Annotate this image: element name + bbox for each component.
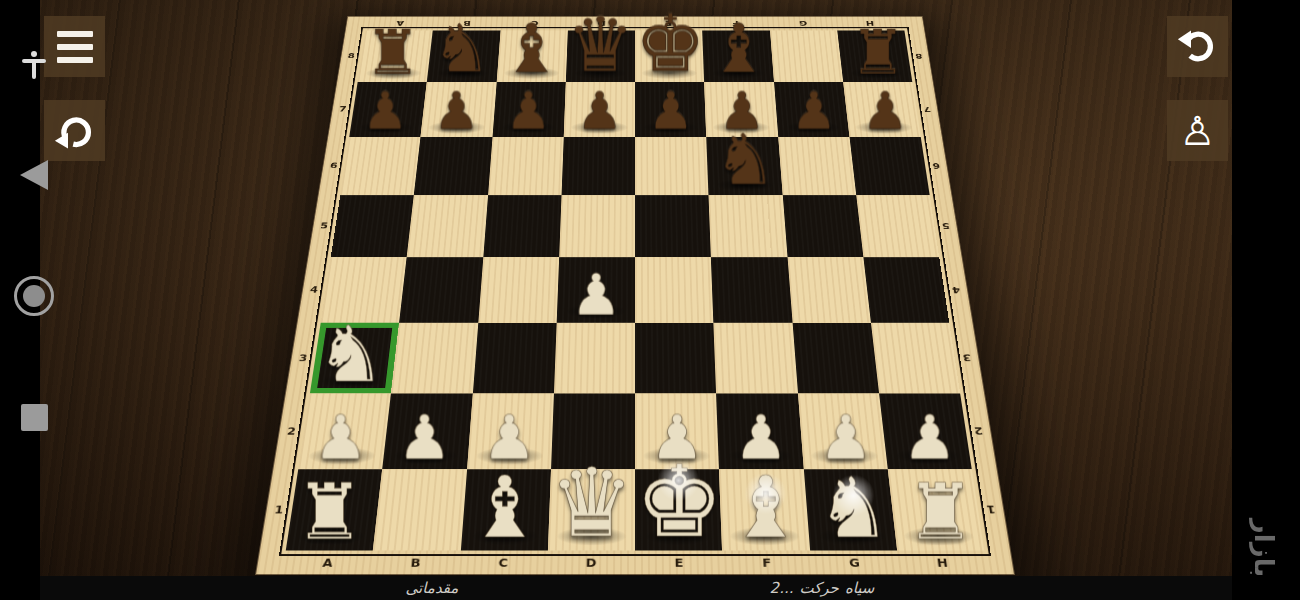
file-label-top-b: B (433, 18, 501, 29)
pawn-glyph: ♟ (576, 81, 622, 141)
square-h8[interactable]: ♜ (837, 30, 912, 82)
square-a2[interactable]: ♟ (298, 394, 391, 470)
piece-white-pawn-d4[interactable]: ♟ (556, 267, 635, 321)
piece-black-pawn-h7[interactable]: ♟ (849, 86, 920, 135)
board-files-bottom: ABCDEFGH (282, 553, 987, 572)
piece-white-rook-h1[interactable]: ♜ (897, 475, 984, 548)
square-h6[interactable] (849, 137, 929, 195)
square-f1[interactable]: ♝ (719, 469, 809, 550)
square-h5[interactable] (856, 195, 939, 257)
square-a6[interactable] (340, 137, 420, 195)
square-h1[interactable]: ♜ (888, 469, 985, 550)
piece-black-rook-a8[interactable]: ♜ (358, 23, 427, 81)
square-e3[interactable] (635, 323, 716, 394)
square-h3[interactable] (871, 323, 960, 394)
undo-arrow-icon (1177, 26, 1219, 68)
rook-glyph: ♜ (906, 468, 975, 557)
bishop-glyph: ♝ (466, 458, 542, 557)
square-h2[interactable]: ♟ (879, 394, 972, 470)
undo-button[interactable] (1167, 16, 1228, 77)
file-label-top-d: D (568, 18, 635, 29)
board-files-top: ABCDEFGH (366, 18, 904, 29)
square-h7[interactable]: ♟ (843, 82, 921, 137)
file-label-top-g: G (769, 18, 837, 29)
recents-icon[interactable] (0, 404, 68, 431)
pawn-glyph: ♟ (902, 403, 957, 474)
square-b4[interactable] (399, 257, 483, 323)
light-flare (655, 457, 702, 504)
square-b2[interactable]: ♟ (382, 394, 472, 470)
rook-glyph: ♜ (295, 468, 364, 557)
reset-button[interactable] (44, 100, 105, 161)
square-b7[interactable]: ♟ (421, 82, 497, 137)
file-label-d: D (547, 553, 635, 572)
square-g1[interactable]: ♞ (803, 469, 897, 550)
square-a8[interactable]: ♜ (358, 30, 433, 82)
square-a5[interactable] (331, 195, 414, 257)
square-f4[interactable] (711, 257, 792, 323)
pawn-glyph: ♟ (397, 403, 452, 474)
square-e4[interactable] (635, 257, 714, 323)
chessboard: ABCDEFGH ABCDEFGH 87654321 87654321 ♜♞♝♛… (255, 16, 1015, 575)
piece-style-button[interactable]: ♙ (1167, 100, 1228, 161)
square-g3[interactable] (792, 323, 879, 394)
square-b5[interactable] (407, 195, 488, 257)
file-label-top-a: A (366, 18, 435, 29)
board-inner-frame: ♜♞♝♛♚♝♜♟♟♟♟♟♟♟♟♞♟♞♟♟♟♟♟♟♟♜♝♛♚♝♞♜ (279, 27, 991, 556)
pawn-glyph: ♟ (862, 81, 908, 141)
square-g4[interactable] (787, 257, 871, 323)
queen-glyph: ♛ (549, 448, 634, 559)
square-g2[interactable]: ♟ (798, 394, 888, 470)
square-a7[interactable]: ♟ (349, 82, 427, 137)
file-label-e: E (635, 553, 723, 572)
square-e8[interactable]: ♚ (635, 30, 704, 82)
status-bar: مقدماتی 2... حرکت سیاه (40, 576, 1232, 600)
square-d1[interactable]: ♛ (548, 469, 635, 550)
piece-black-pawn-g7[interactable]: ♟ (778, 86, 849, 135)
square-c8[interactable]: ♝ (496, 30, 567, 82)
board-grid: ♜♞♝♛♚♝♜♟♟♟♟♟♟♟♟♞♟♞♟♟♟♟♟♟♟♜♝♛♚♝♞♜ (286, 30, 984, 550)
file-label-a: A (282, 553, 372, 572)
file-label-top-h: H (836, 18, 905, 29)
square-c7[interactable]: ♟ (492, 82, 566, 137)
app-screen: ABCDEFGH ABCDEFGH 87654321 87654321 ♜♞♝♛… (0, 0, 1300, 600)
piece-white-pawn-b2[interactable]: ♟ (383, 410, 467, 468)
piece-black-pawn-a7[interactable]: ♟ (349, 86, 420, 135)
file-label-f: F (722, 553, 811, 572)
square-d6[interactable] (561, 137, 635, 195)
pawn-glyph: ♟ (313, 403, 368, 474)
pawn-glyph: ♟ (362, 81, 408, 141)
square-g7[interactable]: ♟ (774, 82, 850, 137)
file-label-top-e: E (635, 18, 702, 29)
square-b3[interactable] (391, 323, 478, 394)
square-f5[interactable] (709, 195, 787, 257)
pawn-glyph: ♟ (790, 81, 836, 141)
piece-white-knight-a3[interactable]: ♞ (310, 319, 391, 392)
square-a1[interactable]: ♜ (286, 469, 383, 550)
file-label-top-c: C (500, 18, 568, 29)
square-c3[interactable] (472, 323, 556, 394)
queen-glyph: ♛ (567, 1, 635, 89)
pawn-glyph: ♟ (433, 81, 479, 141)
square-b1[interactable] (373, 469, 467, 550)
piece-white-bishop-f1[interactable]: ♝ (722, 468, 809, 549)
square-b6[interactable] (414, 137, 492, 195)
back-icon[interactable] (0, 160, 68, 190)
square-g8[interactable] (770, 30, 843, 82)
square-e6[interactable] (635, 137, 709, 195)
piece-black-rook-h8[interactable]: ♜ (843, 23, 912, 81)
piece-black-pawn-e7[interactable]: ♟ (635, 86, 706, 135)
square-b8[interactable]: ♞ (427, 30, 500, 82)
piece-white-king-e1[interactable]: ♚ (635, 455, 722, 549)
square-d5[interactable] (559, 195, 635, 257)
square-f6[interactable]: ♞ (706, 137, 782, 195)
square-e7[interactable]: ♟ (635, 82, 706, 137)
square-c1[interactable]: ♝ (460, 469, 550, 550)
home-icon[interactable] (0, 276, 68, 316)
move-indicator: 2... حرکت سیاه (770, 576, 875, 600)
square-c4[interactable] (478, 257, 559, 323)
square-e5[interactable] (635, 195, 711, 257)
piece-white-pawn-h2[interactable]: ♟ (887, 410, 971, 468)
piece-white-pawn-a2[interactable]: ♟ (298, 410, 382, 468)
square-e1[interactable]: ♚ (635, 469, 722, 550)
file-label-top-f: F (702, 18, 770, 29)
square-f3[interactable] (714, 323, 798, 394)
reset-rotate-icon (54, 110, 96, 152)
file-label-c: C (459, 553, 548, 572)
king-glyph: ♚ (635, 0, 705, 90)
light-flare (829, 472, 876, 519)
square-a3[interactable]: ♞ (310, 323, 399, 394)
pawn-outline-icon: ♙ (1180, 111, 1216, 151)
piece-white-rook-a1[interactable]: ♜ (286, 475, 373, 548)
piece-black-pawn-c7[interactable]: ♟ (492, 86, 563, 135)
file-label-h: H (897, 553, 987, 572)
square-c6[interactable] (488, 137, 564, 195)
square-f8[interactable]: ♝ (702, 30, 773, 82)
pawn-glyph: ♟ (505, 81, 551, 141)
square-c5[interactable] (483, 195, 561, 257)
bazaar-watermark: بازار (1230, 500, 1298, 596)
knight-glyph: ♞ (714, 119, 777, 201)
accessibility-icon[interactable] (0, 50, 68, 80)
piece-white-queen-d1[interactable]: ♛ (548, 459, 635, 549)
square-g6[interactable] (778, 137, 856, 195)
file-label-b: B (371, 553, 461, 572)
difficulty-label: مقدماتی (406, 576, 459, 600)
piece-black-knight-f6[interactable]: ♞ (709, 127, 783, 194)
piece-white-knight-g1[interactable]: ♞ (809, 470, 896, 549)
square-d8[interactable]: ♛ (566, 30, 635, 82)
piece-black-pawn-d7[interactable]: ♟ (564, 86, 635, 135)
square-g5[interactable] (782, 195, 863, 257)
square-d7[interactable]: ♟ (564, 82, 635, 137)
piece-white-bishop-c1[interactable]: ♝ (461, 468, 548, 549)
pawn-glyph: ♟ (647, 81, 693, 141)
piece-black-pawn-b7[interactable]: ♟ (421, 86, 492, 135)
file-label-g: G (810, 553, 900, 572)
square-h4[interactable] (863, 257, 949, 323)
square-d4[interactable]: ♟ (556, 257, 635, 323)
knight-glyph: ♞ (316, 309, 385, 399)
square-d3[interactable] (554, 323, 635, 394)
pawn-glyph: ♟ (570, 261, 621, 327)
